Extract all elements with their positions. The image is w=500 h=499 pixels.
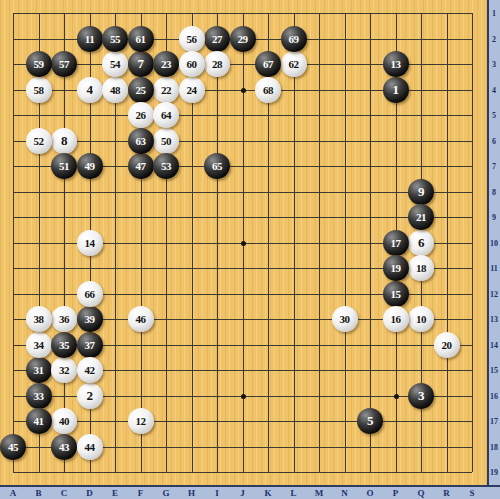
stone-black-29: 29 [230,26,256,52]
stone-black-23: 23 [153,51,179,77]
col-label-G: G [153,488,179,498]
stone-black-15: 15 [383,281,409,307]
col-label-O: O [357,488,383,498]
stone-white-34: 34 [26,332,52,358]
stone-white-12: 12 [128,408,154,434]
grid-line-vertical [294,13,295,472]
stone-black-63: 63 [128,128,154,154]
stone-white-64: 64 [153,102,179,128]
stone-white-38: 38 [26,306,52,332]
stone-white-10: 10 [408,306,434,332]
stone-black-13: 13 [383,51,409,77]
stone-white-62: 62 [281,51,307,77]
row-label-4: 4 [488,86,500,95]
stone-black-17: 17 [383,230,409,256]
row-label-17: 17 [488,417,500,426]
row-label-5: 5 [488,111,500,120]
stone-white-42: 42 [77,357,103,383]
stone-black-7: 7 [128,51,154,77]
grid-line-vertical [472,13,473,472]
stone-white-36: 36 [51,306,77,332]
stone-white-4: 4 [77,77,103,103]
stone-white-40: 40 [51,408,77,434]
star-point [394,394,399,399]
stone-white-68: 68 [255,77,281,103]
stone-black-37: 37 [77,332,103,358]
stone-black-5: 5 [357,408,383,434]
stone-white-20: 20 [434,332,460,358]
stone-white-18: 18 [408,255,434,281]
col-label-K: K [255,488,281,498]
stone-black-59: 59 [26,51,52,77]
stone-white-58: 58 [26,77,52,103]
col-label-H: H [179,488,205,498]
stone-black-27: 27 [204,26,230,52]
row-label-6: 6 [488,137,500,146]
grid-line-vertical [447,13,448,472]
col-label-P: P [383,488,409,498]
stone-black-61: 61 [128,26,154,52]
row-label-11: 11 [488,264,500,273]
stone-white-2: 2 [77,383,103,409]
row-label-19: 19 [488,468,500,477]
stone-black-67: 67 [255,51,281,77]
stone-black-39: 39 [77,306,103,332]
stone-black-31: 31 [26,357,52,383]
stone-black-25: 25 [128,77,154,103]
stone-black-69: 69 [281,26,307,52]
stone-black-41: 41 [26,408,52,434]
row-label-14: 14 [488,341,500,350]
stone-black-11: 11 [77,26,103,52]
stone-white-6: 6 [408,230,434,256]
stone-black-43: 43 [51,434,77,460]
stone-white-16: 16 [383,306,409,332]
stone-black-1: 1 [383,77,409,103]
stone-black-33: 33 [26,383,52,409]
col-label-L: L [281,488,307,498]
stone-black-55: 55 [102,26,128,52]
col-label-C: C [51,488,77,498]
stone-white-54: 54 [102,51,128,77]
star-point [241,88,246,93]
stone-white-22: 22 [153,77,179,103]
grid-line-horizontal [13,472,472,473]
row-label-1: 1 [488,9,500,18]
stone-white-14: 14 [77,230,103,256]
grid-line-vertical [370,13,371,472]
col-label-R: R [434,488,460,498]
stone-white-28: 28 [204,51,230,77]
stone-white-46: 46 [128,306,154,332]
row-label-15: 15 [488,366,500,375]
stone-black-19: 19 [383,255,409,281]
stone-white-26: 26 [128,102,154,128]
grid-line-horizontal [13,421,472,422]
col-label-Q: Q [408,488,434,498]
stone-white-30: 30 [332,306,358,332]
row-label-12: 12 [488,290,500,299]
stone-white-24: 24 [179,77,205,103]
row-label-16: 16 [488,392,500,401]
row-label-3: 3 [488,60,500,69]
grid-line-vertical [345,13,346,472]
stone-black-21: 21 [408,204,434,230]
stone-white-60: 60 [179,51,205,77]
col-label-A: A [0,488,26,498]
stone-white-44: 44 [77,434,103,460]
row-label-7: 7 [488,162,500,171]
stone-white-48: 48 [102,77,128,103]
stone-black-49: 49 [77,153,103,179]
stone-black-65: 65 [204,153,230,179]
stone-black-35: 35 [51,332,77,358]
row-label-13: 13 [488,315,500,324]
col-label-S: S [459,488,485,498]
col-label-N: N [332,488,358,498]
stone-white-8: 8 [51,128,77,154]
row-label-18: 18 [488,443,500,452]
stone-white-52: 52 [26,128,52,154]
col-label-D: D [77,488,103,498]
stone-black-51: 51 [51,153,77,179]
star-point [241,241,246,246]
stone-black-9: 9 [408,179,434,205]
stone-black-3: 3 [408,383,434,409]
col-label-I: I [204,488,230,498]
star-point [241,394,246,399]
stone-white-66: 66 [77,281,103,307]
stone-white-32: 32 [51,357,77,383]
go-app-window: 1234567891011121314151617181920212223242… [0,0,500,499]
go-board[interactable]: 1234567891011121314151617181920212223242… [0,0,487,485]
stone-black-57: 57 [51,51,77,77]
grid-line-vertical [319,13,320,472]
row-label-10: 10 [488,239,500,248]
stone-black-53: 53 [153,153,179,179]
col-label-M: M [306,488,332,498]
row-label-8: 8 [488,188,500,197]
stone-white-50: 50 [153,128,179,154]
stone-white-56: 56 [179,26,205,52]
col-label-J: J [230,488,256,498]
stone-black-47: 47 [128,153,154,179]
row-label-2: 2 [488,35,500,44]
row-label-9: 9 [488,213,500,222]
col-label-F: F [128,488,154,498]
col-label-B: B [26,488,52,498]
col-label-E: E [102,488,128,498]
stone-black-45: 45 [0,434,26,460]
